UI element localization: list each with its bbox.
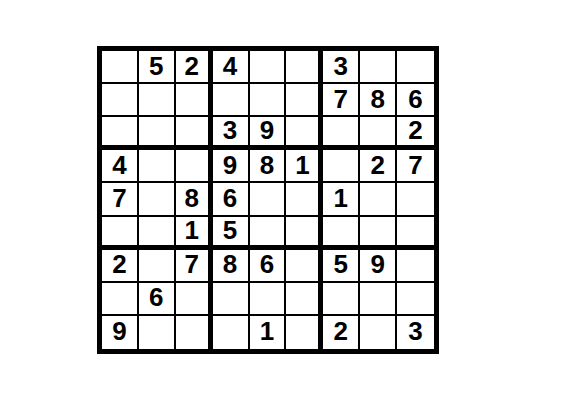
cell-r9c8[interactable] <box>360 316 397 349</box>
given-digit: 7 <box>334 86 348 112</box>
cell-r4c1[interactable]: 4 <box>102 150 139 183</box>
cell-r8c1[interactable] <box>102 283 139 316</box>
given-digit: 2 <box>370 152 384 178</box>
given-digit: 9 <box>370 251 384 277</box>
cell-r3c6[interactable] <box>286 117 323 150</box>
cell-r6c5[interactable] <box>250 217 287 250</box>
cell-r5c2[interactable] <box>139 183 176 216</box>
given-digit: 7 <box>112 185 126 211</box>
cell-r4c7[interactable] <box>323 150 360 183</box>
given-digit: 6 <box>223 185 237 211</box>
cell-r2c5[interactable] <box>250 84 287 117</box>
cell-r4c9[interactable]: 7 <box>397 150 434 183</box>
given-digit: 5 <box>223 217 237 243</box>
cell-r8c7[interactable] <box>323 283 360 316</box>
given-digit: 1 <box>184 217 198 243</box>
given-digit: 6 <box>260 251 274 277</box>
cell-r7c2[interactable] <box>139 250 176 283</box>
cell-r4c8[interactable]: 2 <box>360 150 397 183</box>
given-digit: 3 <box>334 53 348 79</box>
cell-r5c5[interactable] <box>250 183 287 216</box>
cell-r9c6[interactable] <box>286 316 323 349</box>
given-digit: 7 <box>184 251 198 277</box>
cell-r8c8[interactable] <box>360 283 397 316</box>
cell-r6c8[interactable] <box>360 217 397 250</box>
given-digit: 9 <box>112 318 126 344</box>
given-digit: 8 <box>184 185 198 211</box>
cell-r2c4[interactable] <box>213 84 250 117</box>
given-digit: 6 <box>149 284 163 310</box>
given-digit: 8 <box>223 251 237 277</box>
given-digit: 8 <box>260 152 274 178</box>
cell-r9c5[interactable]: 1 <box>250 316 287 349</box>
given-digit: 2 <box>184 53 198 79</box>
cell-r7c8[interactable]: 9 <box>360 250 397 283</box>
cell-r3c7[interactable] <box>323 117 360 150</box>
given-digit: 2 <box>334 318 348 344</box>
cell-r6c3[interactable]: 1 <box>176 217 213 250</box>
cell-r1c4[interactable]: 4 <box>213 51 250 84</box>
cell-r2c3[interactable] <box>176 84 213 117</box>
cell-r7c5[interactable]: 6 <box>250 250 287 283</box>
cell-r1c9[interactable] <box>397 51 434 84</box>
cell-r7c9[interactable] <box>397 250 434 283</box>
given-digit: 1 <box>334 185 348 211</box>
given-digit: 5 <box>149 53 163 79</box>
given-digit: 9 <box>223 152 237 178</box>
cell-r3c4[interactable]: 3 <box>213 117 250 150</box>
cell-r6c7[interactable] <box>323 217 360 250</box>
cell-r6c9[interactable] <box>397 217 434 250</box>
cell-r1c5[interactable] <box>250 51 287 84</box>
sudoku-board: 524378639249812778611527865969123 <box>97 46 439 354</box>
cell-r5c1[interactable]: 7 <box>102 183 139 216</box>
page: 524378639249812778611527865969123 <box>0 0 567 400</box>
cell-r5c3[interactable]: 8 <box>176 183 213 216</box>
cell-r6c6[interactable] <box>286 217 323 250</box>
cell-r5c8[interactable] <box>360 183 397 216</box>
cell-r5c4[interactable]: 6 <box>213 183 250 216</box>
cell-r2c2[interactable] <box>139 84 176 117</box>
cell-r5c7[interactable]: 1 <box>323 183 360 216</box>
cell-r8c3[interactable] <box>176 283 213 316</box>
cell-r3c5[interactable]: 9 <box>250 117 287 150</box>
given-digit: 9 <box>260 117 274 143</box>
cell-r2c6[interactable] <box>286 84 323 117</box>
given-digit: 1 <box>260 318 274 344</box>
cell-r8c6[interactable] <box>286 283 323 316</box>
cell-r5c9[interactable] <box>397 183 434 216</box>
cell-r4c6[interactable]: 1 <box>286 150 323 183</box>
cell-r8c5[interactable] <box>250 283 287 316</box>
given-digit: 3 <box>408 318 422 344</box>
cell-r6c1[interactable] <box>102 217 139 250</box>
cell-r3c9[interactable]: 2 <box>397 117 434 150</box>
cell-r9c7[interactable]: 2 <box>323 316 360 349</box>
cell-r5c6[interactable] <box>286 183 323 216</box>
given-digit: 8 <box>370 86 384 112</box>
cell-r3c8[interactable] <box>360 117 397 150</box>
cell-r8c4[interactable] <box>213 283 250 316</box>
cell-r9c9[interactable]: 3 <box>397 316 434 349</box>
cell-r2c9[interactable]: 6 <box>397 84 434 117</box>
cell-r8c2[interactable]: 6 <box>139 283 176 316</box>
cell-r3c3[interactable] <box>176 117 213 150</box>
cell-r4c3[interactable] <box>176 150 213 183</box>
cell-r7c4[interactable]: 8 <box>213 250 250 283</box>
cell-r8c9[interactable] <box>397 283 434 316</box>
cell-r1c6[interactable] <box>286 51 323 84</box>
given-digit: 4 <box>112 152 126 178</box>
cell-r9c2[interactable] <box>139 316 176 349</box>
cell-r9c1[interactable]: 9 <box>102 316 139 349</box>
cell-r4c4[interactable]: 9 <box>213 150 250 183</box>
cell-r1c2[interactable]: 5 <box>139 51 176 84</box>
cell-r2c8[interactable]: 8 <box>360 84 397 117</box>
given-digit: 2 <box>408 117 422 143</box>
cell-r7c3[interactable]: 7 <box>176 250 213 283</box>
given-digit: 4 <box>223 53 237 79</box>
cell-r2c1[interactable] <box>102 84 139 117</box>
given-digit: 3 <box>223 117 237 143</box>
cell-r9c3[interactable] <box>176 316 213 349</box>
cell-r4c5[interactable]: 8 <box>250 150 287 183</box>
cell-r3c2[interactable] <box>139 117 176 150</box>
cell-r4c2[interactable] <box>139 150 176 183</box>
given-digit: 7 <box>408 152 422 178</box>
cell-r1c3[interactable]: 2 <box>176 51 213 84</box>
cell-r7c1[interactable]: 2 <box>102 250 139 283</box>
given-digit: 6 <box>408 86 422 112</box>
cell-r1c1[interactable] <box>102 51 139 84</box>
given-digit: 5 <box>334 251 348 277</box>
cell-r7c6[interactable] <box>286 250 323 283</box>
cell-r6c4[interactable]: 5 <box>213 217 250 250</box>
given-digit: 2 <box>112 251 126 277</box>
cell-r2c7[interactable]: 7 <box>323 84 360 117</box>
cell-r3c1[interactable] <box>102 117 139 150</box>
cell-r6c2[interactable] <box>139 217 176 250</box>
cell-r7c7[interactable]: 5 <box>323 250 360 283</box>
cell-r9c4[interactable] <box>213 316 250 349</box>
cell-r1c8[interactable] <box>360 51 397 84</box>
given-digit: 1 <box>295 152 309 178</box>
cell-r1c7[interactable]: 3 <box>323 51 360 84</box>
